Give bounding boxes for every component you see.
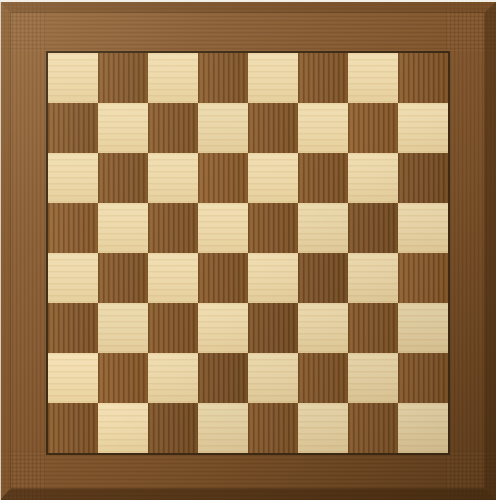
square-h3[interactable] (398, 303, 448, 353)
square-c8[interactable] (148, 53, 198, 103)
square-g1[interactable] (348, 403, 398, 453)
square-c6[interactable] (148, 153, 198, 203)
square-h1[interactable] (398, 403, 448, 453)
square-g5[interactable] (348, 203, 398, 253)
square-e4[interactable] (248, 253, 298, 303)
square-f1[interactable] (298, 403, 348, 453)
square-g8[interactable] (348, 53, 398, 103)
square-b6[interactable] (98, 153, 148, 203)
square-c3[interactable] (148, 303, 198, 353)
square-g2[interactable] (348, 353, 398, 403)
square-g7[interactable] (348, 103, 398, 153)
square-c1[interactable] (148, 403, 198, 453)
square-a1[interactable] (48, 403, 98, 453)
square-a3[interactable] (48, 303, 98, 353)
square-a4[interactable] (48, 253, 98, 303)
square-h2[interactable] (398, 353, 448, 403)
square-g6[interactable] (348, 153, 398, 203)
square-e7[interactable] (248, 103, 298, 153)
frame-grain-top (0, 0, 496, 51)
square-c4[interactable] (148, 253, 198, 303)
chess-board (46, 51, 450, 455)
photo-edge-top (0, 0, 496, 2)
square-c2[interactable] (148, 353, 198, 403)
square-g4[interactable] (348, 253, 398, 303)
square-c5[interactable] (148, 203, 198, 253)
square-g3[interactable] (348, 303, 398, 353)
square-f8[interactable] (298, 53, 348, 103)
square-b8[interactable] (98, 53, 148, 103)
photo-edge-left (0, 0, 1, 500)
square-d7[interactable] (198, 103, 248, 153)
square-h7[interactable] (398, 103, 448, 153)
square-d6[interactable] (198, 153, 248, 203)
square-f6[interactable] (298, 153, 348, 203)
square-e5[interactable] (248, 203, 298, 253)
square-f5[interactable] (298, 203, 348, 253)
square-e2[interactable] (248, 353, 298, 403)
square-b4[interactable] (98, 253, 148, 303)
square-h5[interactable] (398, 203, 448, 253)
chessboard-photo (0, 0, 496, 500)
square-a6[interactable] (48, 153, 98, 203)
frame-grain-left (0, 0, 46, 500)
square-b1[interactable] (98, 403, 148, 453)
square-e3[interactable] (248, 303, 298, 353)
square-f3[interactable] (298, 303, 348, 353)
square-f7[interactable] (298, 103, 348, 153)
square-h4[interactable] (398, 253, 448, 303)
square-d2[interactable] (198, 353, 248, 403)
square-a2[interactable] (48, 353, 98, 403)
frame-grain-right (446, 0, 496, 500)
square-b2[interactable] (98, 353, 148, 403)
square-a8[interactable] (48, 53, 98, 103)
square-h6[interactable] (398, 153, 448, 203)
square-e1[interactable] (248, 403, 298, 453)
square-b7[interactable] (98, 103, 148, 153)
square-e6[interactable] (248, 153, 298, 203)
square-f4[interactable] (298, 253, 348, 303)
square-d5[interactable] (198, 203, 248, 253)
square-b5[interactable] (98, 203, 148, 253)
square-a5[interactable] (48, 203, 98, 253)
square-a7[interactable] (48, 103, 98, 153)
square-d3[interactable] (198, 303, 248, 353)
square-h8[interactable] (398, 53, 448, 103)
square-d4[interactable] (198, 253, 248, 303)
frame-grain-bottom (0, 451, 496, 500)
square-b3[interactable] (98, 303, 148, 353)
square-c7[interactable] (148, 103, 198, 153)
square-d8[interactable] (198, 53, 248, 103)
square-e8[interactable] (248, 53, 298, 103)
square-f2[interactable] (298, 353, 348, 403)
square-d1[interactable] (198, 403, 248, 453)
